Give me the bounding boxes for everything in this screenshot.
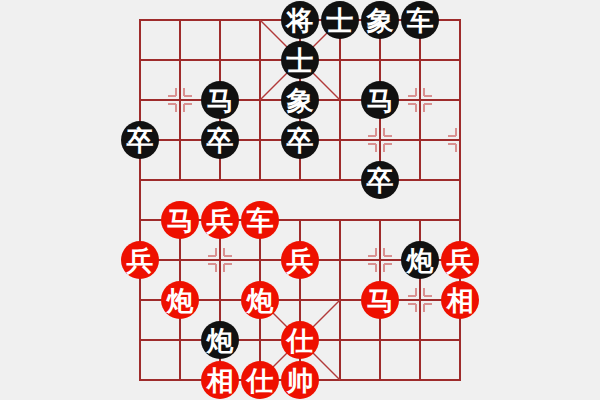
piece-black-soldier[interactable]: 卒 (201, 121, 239, 159)
piece-black-general[interactable]: 将 (281, 1, 319, 39)
xiangqi-board[interactable]: 将士象车士马象马卒卒卒卒马兵车兵兵炮兵炮炮马相炮仕相仕帅 (120, 0, 480, 400)
piece-red-elephant[interactable]: 相 (201, 361, 239, 399)
piece-red-advisor[interactable]: 仕 (241, 361, 279, 399)
piece-black-soldier[interactable]: 卒 (121, 121, 159, 159)
piece-red-elephant[interactable]: 相 (441, 281, 479, 319)
piece-black-chariot[interactable]: 车 (401, 1, 439, 39)
piece-red-cannon[interactable]: 炮 (161, 281, 199, 319)
piece-black-elephant[interactable]: 象 (361, 1, 399, 39)
piece-black-advisor[interactable]: 士 (321, 1, 359, 39)
piece-black-soldier[interactable]: 卒 (361, 161, 399, 199)
piece-red-horse[interactable]: 马 (161, 201, 199, 239)
piece-red-soldier[interactable]: 兵 (201, 201, 239, 239)
piece-black-elephant[interactable]: 象 (281, 81, 319, 119)
piece-red-advisor[interactable]: 仕 (281, 321, 319, 359)
piece-black-horse[interactable]: 马 (201, 81, 239, 119)
piece-red-soldier[interactable]: 兵 (121, 241, 159, 279)
piece-black-advisor[interactable]: 士 (281, 41, 319, 79)
piece-red-cannon[interactable]: 炮 (241, 281, 279, 319)
piece-red-general[interactable]: 帅 (281, 361, 319, 399)
piece-red-chariot[interactable]: 车 (241, 201, 279, 239)
piece-red-soldier[interactable]: 兵 (281, 241, 319, 279)
piece-black-soldier[interactable]: 卒 (281, 121, 319, 159)
piece-red-soldier[interactable]: 兵 (441, 241, 479, 279)
piece-black-horse[interactable]: 马 (361, 81, 399, 119)
piece-black-cannon[interactable]: 炮 (401, 241, 439, 279)
piece-red-horse[interactable]: 马 (361, 281, 399, 319)
xiangqi-app: 将士象车士马象马卒卒卒卒马兵车兵兵炮兵炮炮马相炮仕相仕帅 (0, 0, 600, 400)
piece-black-cannon[interactable]: 炮 (201, 321, 239, 359)
